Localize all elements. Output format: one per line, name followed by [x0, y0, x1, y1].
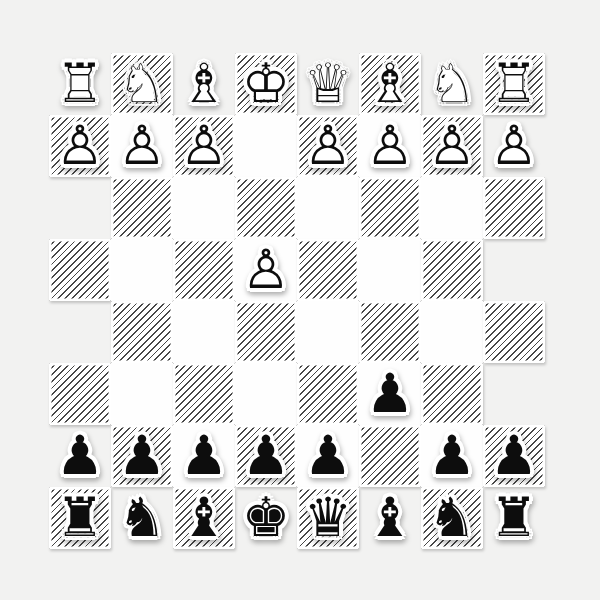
piece-glyph: ♗ — [359, 53, 421, 115]
square-h7[interactable]: ♟♟ — [49, 425, 111, 487]
square-e6[interactable] — [235, 363, 297, 425]
square-c7[interactable] — [359, 425, 421, 487]
white-knight[interactable]: ♞♘ — [421, 53, 483, 115]
black-king[interactable]: ♚♚ — [235, 487, 297, 549]
white-pawn[interactable]: ♟♙ — [297, 115, 359, 177]
piece-glyph: ♟ — [483, 425, 545, 487]
square-c3[interactable] — [359, 177, 421, 239]
piece-glyph: ♟ — [111, 425, 173, 487]
square-g7[interactable]: ♟♟ — [111, 425, 173, 487]
piece-glyph: ♙ — [49, 115, 111, 177]
square-b5[interactable] — [421, 301, 483, 363]
piece-glyph: ♘ — [421, 53, 483, 115]
black-rook[interactable]: ♜♜ — [483, 487, 545, 549]
square-b1[interactable]: ♞♘ — [421, 53, 483, 115]
piece-glyph: ♟ — [173, 425, 235, 487]
square-g8[interactable]: ♞♞ — [111, 487, 173, 549]
black-pawn[interactable]: ♟♟ — [297, 425, 359, 487]
square-g1[interactable]: ♞♘ — [111, 53, 173, 115]
square-a6[interactable] — [483, 363, 545, 425]
chess-board: ♜♖♞♘♝♗♚♔♛♕♝♗♞♘♜♖♟♙♟♙♟♙♟♙♟♙♟♙♟♙♟♙♟♟♟♟♟♟♟♟… — [49, 53, 545, 549]
black-pawn[interactable]: ♟♟ — [359, 363, 421, 425]
square-f5[interactable] — [173, 301, 235, 363]
square-b4[interactable] — [421, 239, 483, 301]
square-c1[interactable]: ♝♗ — [359, 53, 421, 115]
square-d5[interactable] — [297, 301, 359, 363]
black-pawn[interactable]: ♟♟ — [235, 425, 297, 487]
white-rook[interactable]: ♜♖ — [49, 53, 111, 115]
square-f3[interactable] — [173, 177, 235, 239]
square-c4[interactable] — [359, 239, 421, 301]
square-c2[interactable]: ♟♙ — [359, 115, 421, 177]
black-pawn[interactable]: ♟♟ — [483, 425, 545, 487]
square-d6[interactable] — [297, 363, 359, 425]
white-queen[interactable]: ♛♕ — [297, 53, 359, 115]
square-e7[interactable]: ♟♟ — [235, 425, 297, 487]
piece-glyph: ♟ — [359, 363, 421, 425]
black-pawn[interactable]: ♟♟ — [111, 425, 173, 487]
piece-glyph: ♙ — [297, 115, 359, 177]
square-h1[interactable]: ♜♖ — [49, 53, 111, 115]
piece-glyph: ♝ — [173, 487, 235, 549]
square-d8[interactable]: ♛♛ — [297, 487, 359, 549]
piece-glyph: ♖ — [49, 53, 111, 115]
square-g4[interactable] — [111, 239, 173, 301]
square-a8[interactable]: ♜♜ — [483, 487, 545, 549]
square-b6[interactable] — [421, 363, 483, 425]
square-a3[interactable] — [483, 177, 545, 239]
square-h3[interactable] — [49, 177, 111, 239]
square-b3[interactable] — [421, 177, 483, 239]
piece-glyph: ♙ — [235, 239, 297, 301]
square-g3[interactable] — [111, 177, 173, 239]
piece-glyph: ♞ — [421, 487, 483, 549]
square-a7[interactable]: ♟♟ — [483, 425, 545, 487]
white-pawn[interactable]: ♟♙ — [49, 115, 111, 177]
white-bishop[interactable]: ♝♗ — [173, 53, 235, 115]
piece-glyph: ♝ — [359, 487, 421, 549]
white-rook[interactable]: ♜♖ — [483, 53, 545, 115]
square-b2[interactable]: ♟♙ — [421, 115, 483, 177]
piece-glyph: ♙ — [359, 115, 421, 177]
square-d1[interactable]: ♛♕ — [297, 53, 359, 115]
square-h2[interactable]: ♟♙ — [49, 115, 111, 177]
square-h4[interactable] — [49, 239, 111, 301]
white-king[interactable]: ♚♔ — [235, 53, 297, 115]
square-h8[interactable]: ♜♜ — [49, 487, 111, 549]
square-h6[interactable] — [49, 363, 111, 425]
square-f4[interactable] — [173, 239, 235, 301]
square-d2[interactable]: ♟♙ — [297, 115, 359, 177]
square-e5[interactable] — [235, 301, 297, 363]
piece-glyph: ♚ — [235, 487, 297, 549]
square-c5[interactable] — [359, 301, 421, 363]
black-pawn[interactable]: ♟♟ — [421, 425, 483, 487]
square-d4[interactable] — [297, 239, 359, 301]
black-queen[interactable]: ♛♛ — [297, 487, 359, 549]
square-a2[interactable]: ♟♙ — [483, 115, 545, 177]
piece-glyph: ♛ — [297, 487, 359, 549]
black-bishop[interactable]: ♝♝ — [173, 487, 235, 549]
white-pawn[interactable]: ♟♙ — [111, 115, 173, 177]
white-knight[interactable]: ♞♘ — [111, 53, 173, 115]
piece-glyph: ♞ — [111, 487, 173, 549]
piece-glyph: ♙ — [421, 115, 483, 177]
square-a1[interactable]: ♜♖ — [483, 53, 545, 115]
square-g2[interactable]: ♟♙ — [111, 115, 173, 177]
square-e8[interactable]: ♚♚ — [235, 487, 297, 549]
white-bishop[interactable]: ♝♗ — [359, 53, 421, 115]
square-c8[interactable]: ♝♝ — [359, 487, 421, 549]
piece-glyph: ♟ — [297, 425, 359, 487]
piece-glyph: ♟ — [49, 425, 111, 487]
square-g6[interactable] — [111, 363, 173, 425]
piece-glyph: ♖ — [483, 53, 545, 115]
piece-glyph: ♙ — [483, 115, 545, 177]
piece-glyph: ♟ — [421, 425, 483, 487]
square-e2[interactable] — [235, 115, 297, 177]
square-e3[interactable] — [235, 177, 297, 239]
square-a5[interactable] — [483, 301, 545, 363]
square-f7[interactable]: ♟♟ — [173, 425, 235, 487]
sticker-sheet: ♜♖♞♘♝♗♚♔♛♕♝♗♞♘♜♖♟♙♟♙♟♙♟♙♟♙♟♙♟♙♟♙♟♟♟♟♟♟♟♟… — [0, 0, 600, 600]
white-pawn[interactable]: ♟♙ — [235, 239, 297, 301]
square-c6[interactable]: ♟♟ — [359, 363, 421, 425]
white-pawn[interactable]: ♟♙ — [421, 115, 483, 177]
black-pawn[interactable]: ♟♟ — [49, 425, 111, 487]
white-pawn[interactable]: ♟♙ — [483, 115, 545, 177]
black-knight[interactable]: ♞♞ — [421, 487, 483, 549]
piece-glyph: ♜ — [483, 487, 545, 549]
square-b8[interactable]: ♞♞ — [421, 487, 483, 549]
piece-glyph: ♙ — [111, 115, 173, 177]
square-d7[interactable]: ♟♟ — [297, 425, 359, 487]
black-rook[interactable]: ♜♜ — [49, 487, 111, 549]
black-knight[interactable]: ♞♞ — [111, 487, 173, 549]
square-e4[interactable]: ♟♙ — [235, 239, 297, 301]
square-f2[interactable]: ♟♙ — [173, 115, 235, 177]
white-pawn[interactable]: ♟♙ — [359, 115, 421, 177]
square-e1[interactable]: ♚♔ — [235, 53, 297, 115]
piece-glyph: ♔ — [235, 53, 297, 115]
square-h5[interactable] — [49, 301, 111, 363]
piece-glyph: ♕ — [297, 53, 359, 115]
square-a4[interactable] — [483, 239, 545, 301]
black-pawn[interactable]: ♟♟ — [173, 425, 235, 487]
square-f1[interactable]: ♝♗ — [173, 53, 235, 115]
piece-glyph: ♙ — [173, 115, 235, 177]
square-b7[interactable]: ♟♟ — [421, 425, 483, 487]
piece-glyph: ♗ — [173, 53, 235, 115]
white-pawn[interactable]: ♟♙ — [173, 115, 235, 177]
piece-glyph: ♘ — [111, 53, 173, 115]
square-f8[interactable]: ♝♝ — [173, 487, 235, 549]
square-d3[interactable] — [297, 177, 359, 239]
piece-glyph: ♟ — [235, 425, 297, 487]
piece-glyph: ♜ — [49, 487, 111, 549]
square-f6[interactable] — [173, 363, 235, 425]
square-g5[interactable] — [111, 301, 173, 363]
black-bishop[interactable]: ♝♝ — [359, 487, 421, 549]
